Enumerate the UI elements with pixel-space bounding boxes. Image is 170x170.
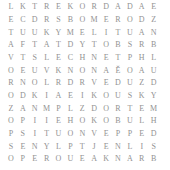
grid-cell[interactable]: O [100, 102, 112, 115]
grid-cell[interactable]: O [100, 90, 112, 103]
grid-cell[interactable]: A [136, 64, 148, 77]
grid-cell[interactable]: O [124, 14, 136, 27]
grid-cell[interactable]: O [29, 77, 41, 90]
grid-cell[interactable]: L [148, 52, 160, 65]
grid-cell[interactable]: A [53, 90, 65, 103]
grid-cell[interactable]: K [53, 64, 65, 77]
grid-cell[interactable]: D [64, 39, 76, 52]
grid-cell[interactable]: S [148, 140, 160, 153]
grid-cell[interactable]: E [5, 14, 17, 27]
grid-cell[interactable]: D [148, 77, 160, 90]
grid-cell[interactable]: N [112, 153, 124, 166]
grid-cell[interactable]: D [64, 77, 76, 90]
grid-cell[interactable]: I [136, 140, 148, 153]
grid-cell[interactable]: S [53, 14, 65, 27]
grid-cell[interactable]: U [29, 26, 41, 39]
grid-cell[interactable]: I [76, 90, 88, 103]
grid-cell[interactable]: U [124, 115, 136, 128]
grid-cell[interactable]: E [136, 128, 148, 141]
grid-cell[interactable]: I [29, 115, 41, 128]
grid-cell[interactable]: I [29, 128, 41, 141]
grid-cell[interactable]: N [112, 140, 124, 153]
grid-cell[interactable]: B [148, 39, 160, 52]
grid-cell[interactable]: E [100, 140, 112, 153]
grid-cell[interactable]: Y [41, 140, 53, 153]
grid-cell[interactable]: E [53, 52, 65, 65]
grid-cell[interactable]: I [41, 90, 53, 103]
grid-cell[interactable]: D [148, 128, 160, 141]
grid-cell[interactable]: E [53, 1, 65, 14]
grid-cell[interactable]: P [64, 140, 76, 153]
grid-cell[interactable]: K [88, 90, 100, 103]
grid-cell[interactable]: T [41, 128, 53, 141]
grid-cell[interactable]: I [100, 26, 112, 39]
grid-cell[interactable]: R [76, 77, 88, 90]
grid-cell[interactable]: A [112, 1, 124, 14]
grid-cell[interactable]: J [88, 140, 100, 153]
grid-cell[interactable]: H [64, 115, 76, 128]
grid-cell[interactable]: S [17, 128, 29, 141]
grid-cell[interactable]: O [76, 14, 88, 27]
grid-cell[interactable]: B [112, 39, 124, 52]
grid-cell[interactable]: N [64, 64, 76, 77]
grid-cell[interactable]: V [88, 77, 100, 90]
grid-cell[interactable]: U [148, 64, 160, 77]
grid-cell[interactable]: U [17, 26, 29, 39]
grid-cell[interactable]: C [64, 52, 76, 65]
grid-cell[interactable]: M [88, 14, 100, 27]
grid-cell[interactable]: D [17, 90, 29, 103]
grid-cell[interactable]: R [53, 77, 65, 90]
grid-cell[interactable]: K [100, 153, 112, 166]
grid-cell[interactable]: L [64, 102, 76, 115]
grid-cell[interactable]: E [148, 1, 160, 14]
grid-cell[interactable]: D [112, 77, 124, 90]
grid-cell[interactable]: R [88, 1, 100, 14]
grid-cell[interactable]: E [76, 153, 88, 166]
grid-cell[interactable]: B [148, 153, 160, 166]
grid-cell[interactable]: E [76, 26, 88, 39]
grid-cell[interactable]: B [112, 115, 124, 128]
grid-cell[interactable]: T [76, 140, 88, 153]
grid-cell[interactable]: N [88, 52, 100, 65]
grid-cell[interactable]: O [124, 64, 136, 77]
grid-cell[interactable]: R [41, 1, 53, 14]
grid-cell[interactable]: U [64, 153, 76, 166]
grid-cell[interactable]: O [53, 153, 65, 166]
grid-cell[interactable]: L [136, 115, 148, 128]
grid-cell[interactable]: E [17, 64, 29, 77]
grid-cell[interactable]: U [124, 26, 136, 39]
grid-cell[interactable]: R [5, 77, 17, 90]
grid-cell[interactable]: D [124, 1, 136, 14]
grid-cell[interactable]: K [88, 115, 100, 128]
grid-cell[interactable]: N [76, 128, 88, 141]
grid-cell[interactable]: N [17, 77, 29, 90]
grid-cell[interactable]: L [53, 140, 65, 153]
grid-cell[interactable]: K [136, 90, 148, 103]
grid-cell[interactable]: L [41, 77, 53, 90]
grid-cell[interactable]: A [41, 39, 53, 52]
grid-cell[interactable]: D [136, 14, 148, 27]
grid-cell[interactable]: V [5, 52, 17, 65]
grid-cell[interactable]: T [124, 102, 136, 115]
grid-cell[interactable]: N [88, 64, 100, 77]
grid-cell[interactable]: H [148, 115, 160, 128]
grid-cell[interactable]: L [88, 26, 100, 39]
grid-cell[interactable]: T [5, 26, 17, 39]
grid-cell[interactable]: H [136, 52, 148, 65]
word-search-grid: LKTREKORDADAEECDRSBOMERODZTUUKYMELITUANA… [5, 1, 160, 166]
grid-cell[interactable]: V [41, 64, 53, 77]
grid-cell[interactable]: E [17, 140, 29, 153]
grid-cell[interactable]: Z [76, 102, 88, 115]
grid-cell[interactable]: K [41, 26, 53, 39]
grid-cell[interactable]: L [5, 1, 17, 14]
grid-cell[interactable]: E [100, 77, 112, 90]
grid-cell[interactable]: R [41, 14, 53, 27]
grid-cell[interactable]: M [41, 102, 53, 115]
grid-cell[interactable]: V [88, 128, 100, 141]
grid-cell[interactable]: O [100, 115, 112, 128]
grid-cell[interactable]: E [64, 90, 76, 103]
grid-cell[interactable]: O [5, 115, 17, 128]
grid-cell[interactable]: T [112, 52, 124, 65]
grid-cell[interactable]: S [124, 39, 136, 52]
grid-cell[interactable]: Z [5, 102, 17, 115]
grid-cell[interactable]: A [88, 153, 100, 166]
grid-cell[interactable]: N [29, 140, 41, 153]
grid-cell[interactable]: O [76, 1, 88, 14]
grid-cell[interactable]: E [100, 14, 112, 27]
grid-cell[interactable]: Z [148, 14, 160, 27]
grid-cell[interactable]: P [124, 52, 136, 65]
grid-cell[interactable]: M [148, 102, 160, 115]
grid-cell[interactable]: Y [53, 26, 65, 39]
grid-cell[interactable]: P [124, 128, 136, 141]
grid-cell[interactable]: P [5, 128, 17, 141]
grid-cell[interactable]: U [29, 64, 41, 77]
grid-cell[interactable]: S [124, 90, 136, 103]
grid-cell[interactable]: E [53, 115, 65, 128]
grid-cell[interactable]: T [53, 39, 65, 52]
grid-cell[interactable]: Y [76, 39, 88, 52]
grid-cell[interactable]: O [76, 64, 88, 77]
grid-cell[interactable]: T [17, 52, 29, 65]
grid-cell[interactable]: Y [148, 90, 160, 103]
grid-cell[interactable]: U [53, 128, 65, 141]
grid-cell[interactable]: O [64, 128, 76, 141]
grid-cell[interactable]: P [53, 102, 65, 115]
grid-cell[interactable]: B [64, 14, 76, 27]
grid-cell[interactable]: T [88, 39, 100, 52]
grid-cell[interactable]: E [100, 52, 112, 65]
grid-cell[interactable]: R [112, 14, 124, 27]
grid-cell[interactable]: T [29, 1, 41, 14]
grid-cell[interactable]: D [29, 14, 41, 27]
grid-cell[interactable]: R [41, 153, 53, 166]
grid-cell[interactable]: H [76, 52, 88, 65]
grid-cell[interactable]: K [17, 1, 29, 14]
grid-cell[interactable]: E [136, 102, 148, 115]
grid-cell[interactable]: A [100, 64, 112, 77]
grid-cell[interactable]: A [136, 1, 148, 14]
grid-cell[interactable]: S [5, 140, 17, 153]
word-search-puzzle: LKTREKORDADAEECDRSBOMERODZTUUKYMELITUANA… [0, 0, 170, 170]
grid-cell[interactable]: L [41, 52, 53, 65]
grid-cell[interactable]: U [124, 77, 136, 90]
grid-cell[interactable]: A [5, 39, 17, 52]
grid-cell[interactable]: A [136, 26, 148, 39]
grid-cell[interactable]: M [64, 26, 76, 39]
grid-cell[interactable]: K [64, 1, 76, 14]
grid-cell[interactable]: C [17, 14, 29, 27]
grid-cell[interactable]: N [148, 26, 160, 39]
grid-cell[interactable]: R [136, 39, 148, 52]
grid-cell[interactable]: O [76, 115, 88, 128]
grid-cell[interactable]: S [29, 52, 41, 65]
grid-cell[interactable]: D [88, 102, 100, 115]
grid-cell[interactable]: I [41, 115, 53, 128]
grid-cell[interactable]: D [100, 1, 112, 14]
grid-cell[interactable]: P [17, 153, 29, 166]
grid-cell[interactable]: R [112, 102, 124, 115]
grid-cell[interactable]: T [29, 39, 41, 52]
grid-cell[interactable]: A [124, 153, 136, 166]
grid-cell[interactable]: P [17, 115, 29, 128]
grid-cell[interactable]: O [5, 64, 17, 77]
grid-cell[interactable]: A [17, 102, 29, 115]
grid-cell[interactable]: E [100, 128, 112, 141]
grid-cell[interactable]: U [112, 90, 124, 103]
grid-cell[interactable]: O [5, 153, 17, 166]
grid-cell[interactable]: R [136, 153, 148, 166]
grid-cell[interactable]: F [17, 39, 29, 52]
grid-cell[interactable]: O [100, 39, 112, 52]
grid-cell[interactable]: T [112, 26, 124, 39]
grid-cell[interactable]: P [112, 128, 124, 141]
grid-cell[interactable]: Ě [112, 64, 124, 77]
grid-cell[interactable]: E [29, 153, 41, 166]
grid-cell[interactable]: N [29, 102, 41, 115]
grid-cell[interactable]: L [124, 140, 136, 153]
grid-cell[interactable]: Z [136, 77, 148, 90]
grid-cell[interactable]: K [29, 90, 41, 103]
grid-cell[interactable]: O [5, 90, 17, 103]
